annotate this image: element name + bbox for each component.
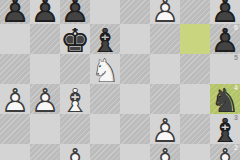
square-d2[interactable] xyxy=(90,144,120,160)
white-pawn-glyph-outline: ♙ xyxy=(60,144,90,160)
square-g5[interactable] xyxy=(180,54,210,84)
white-knight-glyph-outline: ♘ xyxy=(90,54,120,84)
square-a7[interactable]: ♟♙ xyxy=(0,0,30,24)
square-g4[interactable] xyxy=(180,84,210,114)
square-h4[interactable]: ♞♘4 xyxy=(210,84,240,114)
square-d6[interactable]: ♝♗ xyxy=(90,24,120,54)
white-pawn-glyph-outline: ♙ xyxy=(150,144,180,160)
piece-white-pawn: ♟♙ xyxy=(0,84,30,114)
chess-board-viewport: 8♟♙♟♙♟♙♟♙♟♙7♚♔♝♗♟♙6♞♘5♟♙♟♙♝♗♞♘4♟♙♝♗3♟♙♟♙… xyxy=(0,0,240,160)
piece-black-king: ♚♔ xyxy=(60,24,90,54)
piece-white-pawn: ♟♙ xyxy=(150,114,180,144)
square-b7[interactable]: ♟♙ xyxy=(30,0,60,24)
black-king-glyph-outline: ♔ xyxy=(60,24,90,54)
square-a6[interactable] xyxy=(0,24,30,54)
rank-coordinate-label-6: 6 xyxy=(234,24,238,32)
rank-coordinate-label-5: 5 xyxy=(234,54,238,62)
square-d4[interactable] xyxy=(90,84,120,114)
piece-white-pawn: ♟♙ xyxy=(150,0,180,24)
piece-black-pawn: ♟♙ xyxy=(30,0,60,24)
piece-white-pawn: ♟♙ xyxy=(60,144,90,160)
square-d5[interactable]: ♞♘ xyxy=(90,54,120,84)
square-g2[interactable] xyxy=(180,144,210,160)
square-e6[interactable] xyxy=(120,24,150,54)
square-f2[interactable]: ♟♙ xyxy=(150,144,180,160)
square-a3[interactable] xyxy=(0,114,30,144)
piece-white-pawn: ♟♙ xyxy=(30,84,60,114)
white-pawn-glyph-outline: ♙ xyxy=(0,84,30,114)
square-f7[interactable]: ♟♙ xyxy=(150,0,180,24)
square-c6[interactable]: ♚♔ xyxy=(60,24,90,54)
white-pawn-glyph-outline: ♙ xyxy=(150,0,180,24)
square-e4[interactable] xyxy=(120,84,150,114)
white-pawn-glyph-outline: ♙ xyxy=(30,84,60,114)
square-g7[interactable] xyxy=(180,0,210,24)
square-e7[interactable] xyxy=(120,0,150,24)
square-f6[interactable] xyxy=(150,24,180,54)
rank-coordinate-label-3: 3 xyxy=(234,114,238,122)
square-b5[interactable] xyxy=(30,54,60,84)
square-h2[interactable]: ♟♙2 xyxy=(210,144,240,160)
square-f4[interactable] xyxy=(150,84,180,114)
black-pawn-glyph-outline: ♙ xyxy=(30,0,60,24)
square-a5[interactable] xyxy=(0,54,30,84)
square-a4[interactable]: ♟♙ xyxy=(0,84,30,114)
square-h6[interactable]: ♟♙6 xyxy=(210,24,240,54)
rank-coordinate-label-4: 4 xyxy=(234,84,238,92)
piece-black-bishop: ♝♗ xyxy=(90,24,120,54)
square-f3[interactable]: ♟♙ xyxy=(150,114,180,144)
piece-white-pawn: ♟♙ xyxy=(150,144,180,160)
chess-board: 8♟♙♟♙♟♙♟♙♟♙7♚♔♝♗♟♙6♞♘5♟♙♟♙♝♗♞♘4♟♙♝♗3♟♙♟♙… xyxy=(0,0,240,160)
rank-coordinate-label-2: 2 xyxy=(234,144,238,152)
square-c3[interactable] xyxy=(60,114,90,144)
black-pawn-glyph-outline: ♙ xyxy=(0,0,30,24)
square-h3[interactable]: ♝♗3 xyxy=(210,114,240,144)
white-bishop-glyph-outline: ♗ xyxy=(60,84,90,114)
square-e2[interactable] xyxy=(120,144,150,160)
square-e3[interactable] xyxy=(120,114,150,144)
black-bishop-glyph-outline: ♗ xyxy=(90,24,120,54)
square-b3[interactable] xyxy=(30,114,60,144)
square-c4[interactable]: ♝♗ xyxy=(60,84,90,114)
rank-coordinate-label-7: 7 xyxy=(234,0,238,2)
square-b6[interactable] xyxy=(30,24,60,54)
square-c2[interactable]: ♟♙ xyxy=(60,144,90,160)
square-c5[interactable] xyxy=(60,54,90,84)
square-g3[interactable] xyxy=(180,114,210,144)
square-d3[interactable] xyxy=(90,114,120,144)
piece-black-pawn: ♟♙ xyxy=(0,0,30,24)
square-b4[interactable]: ♟♙ xyxy=(30,84,60,114)
square-g6[interactable] xyxy=(180,24,210,54)
square-a2[interactable] xyxy=(0,144,30,160)
square-h5[interactable]: 5 xyxy=(210,54,240,84)
square-b2[interactable] xyxy=(30,144,60,160)
square-e5[interactable] xyxy=(120,54,150,84)
piece-white-bishop: ♝♗ xyxy=(60,84,90,114)
square-f5[interactable] xyxy=(150,54,180,84)
piece-white-knight: ♞♘ xyxy=(90,54,120,84)
white-pawn-glyph-outline: ♙ xyxy=(150,114,180,144)
